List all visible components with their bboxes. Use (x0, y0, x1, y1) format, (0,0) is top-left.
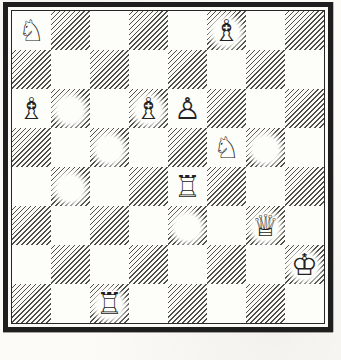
square-c2[interactable] (90, 245, 129, 284)
square-e2[interactable] (168, 245, 207, 284)
square-e8[interactable] (168, 11, 207, 50)
undefined-c4 (90, 167, 129, 206)
undefined-h7 (285, 50, 324, 89)
undefined-d3 (129, 206, 168, 245)
undefined-d7 (129, 50, 168, 89)
white-rook-e4: ♖ (168, 167, 207, 206)
square-g7[interactable] (246, 50, 285, 89)
square-d1[interactable] (129, 284, 168, 323)
square-d5[interactable] (129, 128, 168, 167)
square-b7[interactable] (51, 50, 90, 89)
square-f4[interactable] (207, 167, 246, 206)
square-e6[interactable]: ♙ (168, 89, 207, 128)
white-pawn-e6: ♙ (168, 89, 207, 128)
board-inner-border: ♘♗♗♗♙♘♖♕♔♖ (11, 10, 325, 324)
square-c1[interactable]: ♖ (90, 284, 129, 323)
square-b2[interactable] (51, 245, 90, 284)
square-g4[interactable] (246, 167, 285, 206)
square-h4[interactable] (285, 167, 324, 206)
square-a2[interactable] (12, 245, 51, 284)
square-c4[interactable] (90, 167, 129, 206)
undefined-b4 (51, 167, 90, 206)
square-g5[interactable] (246, 128, 285, 167)
square-d3[interactable] (129, 206, 168, 245)
square-f1[interactable] (207, 284, 246, 323)
square-c3[interactable] (90, 206, 129, 245)
square-a8[interactable]: ♘ (12, 11, 51, 50)
undefined-e3 (168, 206, 207, 245)
square-e3[interactable] (168, 206, 207, 245)
square-b3[interactable] (51, 206, 90, 245)
square-h7[interactable] (285, 50, 324, 89)
square-f2[interactable] (207, 245, 246, 284)
square-d4[interactable] (129, 167, 168, 206)
square-d7[interactable] (129, 50, 168, 89)
square-d2[interactable] (129, 245, 168, 284)
square-b8[interactable] (51, 11, 90, 50)
white-king-h2: ♔ (285, 245, 324, 284)
square-a1[interactable] (12, 284, 51, 323)
square-b1[interactable] (51, 284, 90, 323)
square-g6[interactable] (246, 89, 285, 128)
white-knight-a8: ♘ (12, 11, 51, 50)
square-e1[interactable] (168, 284, 207, 323)
scanned-diagram-page: ♘♗♗♗♙♘♖♕♔♖ (0, 0, 341, 360)
square-b6[interactable] (51, 89, 90, 128)
square-f7[interactable] (207, 50, 246, 89)
undefined-c6 (90, 89, 129, 128)
white-queen-g3: ♕ (246, 206, 285, 245)
square-c7[interactable] (90, 50, 129, 89)
square-g8[interactable] (246, 11, 285, 50)
square-g1[interactable] (246, 284, 285, 323)
square-a4[interactable] (12, 167, 51, 206)
square-h1[interactable] (285, 284, 324, 323)
square-e4[interactable]: ♖ (168, 167, 207, 206)
square-e7[interactable] (168, 50, 207, 89)
square-h5[interactable] (285, 128, 324, 167)
square-h6[interactable] (285, 89, 324, 128)
square-h3[interactable] (285, 206, 324, 245)
white-rook-c1: ♖ (90, 284, 129, 323)
square-e5[interactable] (168, 128, 207, 167)
square-b4[interactable] (51, 167, 90, 206)
square-a3[interactable] (12, 206, 51, 245)
white-knight-f5: ♘ (207, 128, 246, 167)
white-bishop-d6: ♗ (129, 89, 168, 128)
square-a5[interactable] (12, 128, 51, 167)
square-g3[interactable]: ♕ (246, 206, 285, 245)
square-b5[interactable] (51, 128, 90, 167)
square-d8[interactable] (129, 11, 168, 50)
square-g2[interactable] (246, 245, 285, 284)
square-c8[interactable] (90, 11, 129, 50)
square-f3[interactable] (207, 206, 246, 245)
square-h2[interactable]: ♔ (285, 245, 324, 284)
undefined-b6 (51, 89, 90, 128)
white-bishop-a6: ♗ (12, 89, 51, 128)
white-bishop-f8: ♗ (207, 11, 246, 50)
board-frame: ♘♗♗♗♙♘♖♕♔♖ (3, 2, 333, 332)
square-d6[interactable]: ♗ (129, 89, 168, 128)
square-f8[interactable]: ♗ (207, 11, 246, 50)
undefined-g5 (246, 128, 285, 167)
square-h8[interactable] (285, 11, 324, 50)
undefined-c5 (90, 128, 129, 167)
chess-board: ♘♗♗♗♙♘♖♕♔♖ (12, 11, 324, 323)
square-f5[interactable]: ♘ (207, 128, 246, 167)
square-f6[interactable] (207, 89, 246, 128)
square-c5[interactable] (90, 128, 129, 167)
square-a7[interactable] (12, 50, 51, 89)
square-c6[interactable] (90, 89, 129, 128)
square-a6[interactable]: ♗ (12, 89, 51, 128)
